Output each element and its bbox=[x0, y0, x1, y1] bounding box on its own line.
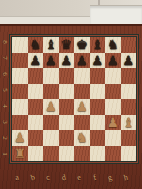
square-e2[interactable]: ♞ bbox=[74, 130, 90, 146]
piece-black-P-c7[interactable]: ♟ bbox=[45, 53, 57, 69]
square-f3[interactable] bbox=[90, 115, 106, 131]
square-b1[interactable] bbox=[28, 146, 44, 162]
square-b4[interactable] bbox=[28, 99, 44, 115]
square-d1[interactable] bbox=[59, 146, 75, 162]
piece-black-B-c8[interactable]: ♝ bbox=[45, 37, 57, 53]
square-a3[interactable] bbox=[12, 115, 28, 131]
file-label-b: b bbox=[24, 171, 41, 183]
board-grid: ♞♝♛♚♝♞♟♟♟♟♟♟♟♟♟♟♝♟♞♜ bbox=[11, 36, 137, 162]
square-h8[interactable] bbox=[121, 37, 137, 53]
square-h4[interactable] bbox=[121, 99, 137, 115]
square-b2[interactable] bbox=[28, 130, 44, 146]
square-e8[interactable]: ♚ bbox=[74, 37, 90, 53]
file-label-c: c bbox=[39, 171, 56, 183]
square-d8[interactable]: ♛ bbox=[59, 37, 75, 53]
square-f8[interactable]: ♝ bbox=[90, 37, 106, 53]
square-c2[interactable] bbox=[43, 130, 59, 146]
square-g3[interactable]: ♟ bbox=[105, 115, 121, 131]
square-h3[interactable]: ♝ bbox=[121, 115, 137, 131]
square-f1[interactable] bbox=[90, 146, 106, 162]
file-label-d: d bbox=[55, 171, 72, 183]
square-d7[interactable]: ♟ bbox=[59, 53, 75, 69]
square-b5[interactable] bbox=[28, 84, 44, 100]
piece-black-K-e8[interactable]: ♚ bbox=[76, 37, 88, 53]
square-f4[interactable] bbox=[90, 99, 106, 115]
square-h1[interactable] bbox=[121, 146, 137, 162]
file-label-e: e bbox=[70, 171, 87, 183]
file-label-a: a bbox=[8, 171, 25, 183]
square-g6[interactable] bbox=[105, 68, 121, 84]
square-g2[interactable] bbox=[105, 130, 121, 146]
piece-white-R-a1[interactable]: ♜ bbox=[14, 146, 26, 162]
square-h5[interactable] bbox=[121, 84, 137, 100]
piece-black-P-d7[interactable]: ♟ bbox=[60, 53, 72, 69]
piece-black-P-b7[interactable]: ♟ bbox=[29, 53, 41, 69]
square-c4[interactable]: ♟ bbox=[43, 99, 59, 115]
square-a2[interactable]: ♟ bbox=[12, 130, 28, 146]
piece-white-P-g3[interactable]: ♟ bbox=[107, 115, 119, 131]
square-f7[interactable]: ♟ bbox=[90, 53, 106, 69]
piece-white-P-c4[interactable]: ♟ bbox=[45, 99, 57, 115]
square-g8[interactable]: ♞ bbox=[105, 37, 121, 53]
square-f5[interactable] bbox=[90, 84, 106, 100]
piece-black-B-f8[interactable]: ♝ bbox=[91, 37, 103, 53]
chess-photo-scene: 12345678 ♞♝♛♚♝♞♟♟♟♟♟♟♟♟♟♟♝♟♞♜ abcdefgh bbox=[0, 0, 142, 189]
square-h7[interactable]: ♟ bbox=[121, 53, 137, 69]
square-b7[interactable]: ♟ bbox=[28, 53, 44, 69]
square-g1[interactable] bbox=[105, 146, 121, 162]
square-c5[interactable] bbox=[43, 84, 59, 100]
square-g7[interactable]: ♟ bbox=[105, 53, 121, 69]
piece-black-P-h7[interactable]: ♟ bbox=[122, 53, 134, 69]
square-a6[interactable] bbox=[12, 68, 28, 84]
square-h2[interactable] bbox=[121, 130, 137, 146]
piece-white-N-e2[interactable]: ♞ bbox=[76, 130, 88, 146]
piece-black-Q-d8[interactable]: ♛ bbox=[60, 37, 72, 53]
rank-labels: 12345678 bbox=[0, 34, 9, 162]
square-f6[interactable] bbox=[90, 68, 106, 84]
square-a5[interactable] bbox=[12, 84, 28, 100]
piece-white-P-a2[interactable]: ♟ bbox=[14, 130, 26, 146]
square-g5[interactable] bbox=[105, 84, 121, 100]
square-f2[interactable] bbox=[90, 130, 106, 146]
square-e1[interactable] bbox=[74, 146, 90, 162]
square-b8[interactable]: ♞ bbox=[28, 37, 44, 53]
chess-board: 12345678 ♞♝♛♚♝♞♟♟♟♟♟♟♟♟♟♟♝♟♞♜ abcdefgh bbox=[0, 24, 142, 189]
square-a8[interactable] bbox=[12, 37, 28, 53]
file-label-g: g bbox=[101, 171, 118, 183]
square-h6[interactable] bbox=[121, 68, 137, 84]
baseboard bbox=[90, 5, 142, 25]
square-c7[interactable]: ♟ bbox=[43, 53, 59, 69]
square-c3[interactable] bbox=[43, 115, 59, 131]
square-a7[interactable] bbox=[12, 53, 28, 69]
square-b6[interactable] bbox=[28, 68, 44, 84]
square-e5[interactable] bbox=[74, 84, 90, 100]
piece-black-P-g7[interactable]: ♟ bbox=[107, 53, 119, 69]
piece-black-P-e7[interactable]: ♟ bbox=[76, 53, 88, 69]
piece-black-N-b8[interactable]: ♞ bbox=[29, 37, 41, 53]
square-g4[interactable] bbox=[105, 99, 121, 115]
square-a4[interactable] bbox=[12, 99, 28, 115]
square-e7[interactable]: ♟ bbox=[74, 53, 90, 69]
square-c1[interactable] bbox=[43, 146, 59, 162]
wall-background bbox=[0, 0, 142, 24]
file-label-f: f bbox=[86, 171, 103, 183]
square-c8[interactable]: ♝ bbox=[43, 37, 59, 53]
square-e4[interactable]: ♟ bbox=[74, 99, 90, 115]
piece-white-B-h3[interactable]: ♝ bbox=[122, 115, 134, 131]
piece-black-N-g8[interactable]: ♞ bbox=[107, 37, 119, 53]
square-a1[interactable]: ♜ bbox=[12, 146, 28, 162]
square-d6[interactable] bbox=[59, 68, 75, 84]
file-labels: abcdefgh bbox=[9, 173, 133, 182]
board-pinstripe-frame: ♞♝♛♚♝♞♟♟♟♟♟♟♟♟♟♟♝♟♞♜ bbox=[9, 34, 139, 164]
square-e6[interactable] bbox=[74, 68, 90, 84]
square-d3[interactable] bbox=[59, 115, 75, 131]
file-label-h: h bbox=[117, 171, 134, 183]
square-b3[interactable] bbox=[28, 115, 44, 131]
piece-white-P-e4[interactable]: ♟ bbox=[76, 99, 88, 115]
square-c6[interactable] bbox=[43, 68, 59, 84]
square-d2[interactable] bbox=[59, 130, 75, 146]
square-e3[interactable] bbox=[74, 115, 90, 131]
piece-black-P-f7[interactable]: ♟ bbox=[91, 53, 103, 69]
square-d4[interactable] bbox=[59, 99, 75, 115]
square-d5[interactable] bbox=[59, 84, 75, 100]
